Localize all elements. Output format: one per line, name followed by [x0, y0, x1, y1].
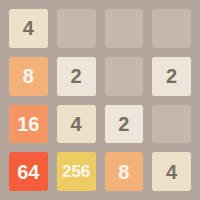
tile-64: 64	[9, 152, 48, 191]
tile-4: 4	[152, 152, 191, 191]
tile-2: 2	[57, 57, 96, 96]
tile-2: 2	[152, 57, 191, 96]
empty-cell	[152, 9, 191, 48]
tile-4: 4	[9, 9, 48, 48]
tile-256: 256	[57, 152, 96, 191]
empty-cell	[57, 9, 96, 48]
tile-8: 8	[9, 57, 48, 96]
tile-8: 8	[105, 152, 144, 191]
tile-16: 16	[9, 105, 48, 144]
tile-2: 2	[105, 105, 144, 144]
tile-4: 4	[57, 105, 96, 144]
empty-cell	[105, 9, 144, 48]
empty-cell	[105, 57, 144, 96]
2048-board[interactable]: 482216426425684	[0, 0, 200, 200]
empty-cell	[152, 105, 191, 144]
